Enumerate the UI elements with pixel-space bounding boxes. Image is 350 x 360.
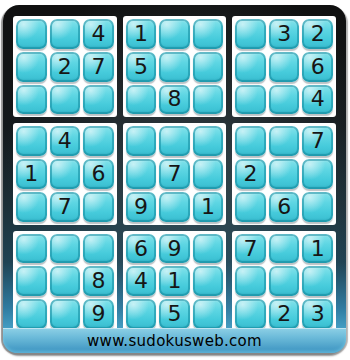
cell-r6c4[interactable]: 9 (126, 192, 157, 222)
cell-r5c5[interactable]: 7 (159, 159, 190, 189)
cell-digit: 5 (134, 56, 148, 78)
cell-r2c3[interactable]: 7 (83, 52, 114, 82)
cell-digit: 9 (91, 303, 105, 325)
cell-r1c7[interactable] (235, 19, 266, 49)
sudoku-app: 4271583264416779172689694157123 www.sudo… (0, 0, 350, 360)
sudoku-grid: 4271583264416779172689694157123 (13, 16, 336, 332)
cell-digit: 1 (24, 163, 38, 185)
cell-digit: 3 (311, 303, 325, 325)
cell-digit: 6 (311, 56, 325, 78)
cell-r8c7[interactable] (235, 266, 266, 296)
cell-digit: 1 (167, 270, 181, 292)
cell-digit: 4 (134, 270, 148, 292)
cell-r3c5[interactable]: 8 (159, 85, 190, 115)
cell-r2c8[interactable] (269, 52, 300, 82)
cell-digit: 3 (277, 23, 291, 45)
cell-r1c3[interactable]: 4 (83, 19, 114, 49)
cell-r4c7[interactable] (235, 126, 266, 156)
box-7: 89 (13, 231, 117, 332)
cell-r9c2[interactable] (50, 299, 81, 329)
cell-r4c1[interactable] (16, 126, 47, 156)
cell-r9c8[interactable]: 2 (269, 299, 300, 329)
cell-r8c8[interactable] (269, 266, 300, 296)
cell-r7c4[interactable]: 6 (126, 234, 157, 264)
cell-r8c4[interactable]: 4 (126, 266, 157, 296)
cell-digit: 7 (311, 130, 325, 152)
cell-r8c1[interactable] (16, 266, 47, 296)
cell-r5c2[interactable] (50, 159, 81, 189)
cell-r8c5[interactable]: 1 (159, 266, 190, 296)
cell-r3c3[interactable] (83, 85, 114, 115)
cell-r7c7[interactable]: 7 (235, 234, 266, 264)
cell-r5c4[interactable] (126, 159, 157, 189)
cell-r4c3[interactable] (83, 126, 114, 156)
cell-r4c9[interactable]: 7 (302, 126, 333, 156)
cell-digit: 5 (167, 303, 181, 325)
cell-r3c1[interactable] (16, 85, 47, 115)
cell-r9c9[interactable]: 3 (302, 299, 333, 329)
cell-r7c8[interactable] (269, 234, 300, 264)
cell-digit: 2 (277, 303, 291, 325)
cell-digit: 2 (244, 163, 258, 185)
cell-r3c2[interactable] (50, 85, 81, 115)
cell-r6c1[interactable] (16, 192, 47, 222)
cell-digit: 8 (91, 270, 105, 292)
cell-r5c9[interactable] (302, 159, 333, 189)
cell-r6c3[interactable] (83, 192, 114, 222)
cell-digit: 6 (134, 238, 148, 260)
cell-r9c5[interactable]: 5 (159, 299, 190, 329)
cell-r2c6[interactable] (193, 52, 224, 82)
cell-digit: 2 (58, 56, 72, 78)
cell-r9c3[interactable]: 9 (83, 299, 114, 329)
cell-digit: 4 (91, 23, 105, 45)
cell-digit: 8 (167, 88, 181, 110)
cell-r3c9[interactable]: 4 (302, 85, 333, 115)
cell-digit: 7 (244, 238, 258, 260)
cell-r6c9[interactable] (302, 192, 333, 222)
cell-r3c4[interactable] (126, 85, 157, 115)
cell-digit: 1 (134, 23, 148, 45)
cell-r1c1[interactable] (16, 19, 47, 49)
cell-r4c5[interactable] (159, 126, 190, 156)
cell-r1c6[interactable] (193, 19, 224, 49)
cell-r7c3[interactable] (83, 234, 114, 264)
cell-r3c8[interactable] (269, 85, 300, 115)
cell-r6c5[interactable] (159, 192, 190, 222)
cell-r7c1[interactable] (16, 234, 47, 264)
cell-digit: 6 (277, 196, 291, 218)
cell-r6c6[interactable]: 1 (193, 192, 224, 222)
cell-r2c9[interactable]: 6 (302, 52, 333, 82)
cell-r9c6[interactable] (193, 299, 224, 329)
cell-r3c7[interactable] (235, 85, 266, 115)
cell-r9c7[interactable] (235, 299, 266, 329)
cell-digit: 9 (134, 196, 148, 218)
cell-digit: 7 (167, 163, 181, 185)
cell-digit: 6 (91, 163, 105, 185)
cell-digit: 9 (167, 238, 181, 260)
cell-r6c8[interactable]: 6 (269, 192, 300, 222)
cell-r7c6[interactable] (193, 234, 224, 264)
cell-r2c4[interactable]: 5 (126, 52, 157, 82)
cell-r6c7[interactable] (235, 192, 266, 222)
box-8: 69415 (123, 231, 227, 332)
cell-r5c7[interactable]: 2 (235, 159, 266, 189)
cell-r4c6[interactable] (193, 126, 224, 156)
box-3: 3264 (232, 16, 336, 117)
cell-digit: 2 (311, 23, 325, 45)
cell-r4c4[interactable] (126, 126, 157, 156)
cell-digit: 4 (311, 88, 325, 110)
cell-r5c1[interactable]: 1 (16, 159, 47, 189)
box-5: 791 (123, 123, 227, 224)
website-link[interactable]: www.sudokusweb.com (87, 332, 262, 350)
board-frame: 4271583264416779172689694157123 www.sudo… (3, 5, 346, 353)
cell-r6c2[interactable]: 7 (50, 192, 81, 222)
cell-r8c2[interactable] (50, 266, 81, 296)
cell-r7c2[interactable] (50, 234, 81, 264)
cell-r5c8[interactable] (269, 159, 300, 189)
box-1: 427 (13, 16, 117, 117)
cell-r9c1[interactable] (16, 299, 47, 329)
cell-digit: 7 (58, 196, 72, 218)
cell-r9c4[interactable] (126, 299, 157, 329)
box-4: 4167 (13, 123, 117, 224)
cell-r4c8[interactable] (269, 126, 300, 156)
cell-r4c2[interactable]: 4 (50, 126, 81, 156)
cell-r2c5[interactable] (159, 52, 190, 82)
cell-r5c3[interactable]: 6 (83, 159, 114, 189)
cell-r2c2[interactable]: 2 (50, 52, 81, 82)
cell-r7c9[interactable]: 1 (302, 234, 333, 264)
cell-r1c9[interactable]: 2 (302, 19, 333, 49)
box-6: 726 (232, 123, 336, 224)
cell-r1c5[interactable] (159, 19, 190, 49)
box-2: 158 (123, 16, 227, 117)
cell-digit: 1 (311, 238, 325, 260)
cell-r7c5[interactable]: 9 (159, 234, 190, 264)
cell-r2c7[interactable] (235, 52, 266, 82)
cell-r1c2[interactable] (50, 19, 81, 49)
box-9: 7123 (232, 231, 336, 332)
cell-r2c1[interactable] (16, 52, 47, 82)
cell-r5c6[interactable] (193, 159, 224, 189)
cell-digit: 4 (58, 130, 72, 152)
cell-r8c6[interactable] (193, 266, 224, 296)
cell-r1c4[interactable]: 1 (126, 19, 157, 49)
footer-band: www.sudokusweb.com (3, 328, 346, 353)
cell-r3c6[interactable] (193, 85, 224, 115)
cell-digit: 1 (201, 196, 215, 218)
cell-r8c3[interactable]: 8 (83, 266, 114, 296)
cell-r1c8[interactable]: 3 (269, 19, 300, 49)
cell-r8c9[interactable] (302, 266, 333, 296)
cell-digit: 7 (91, 56, 105, 78)
